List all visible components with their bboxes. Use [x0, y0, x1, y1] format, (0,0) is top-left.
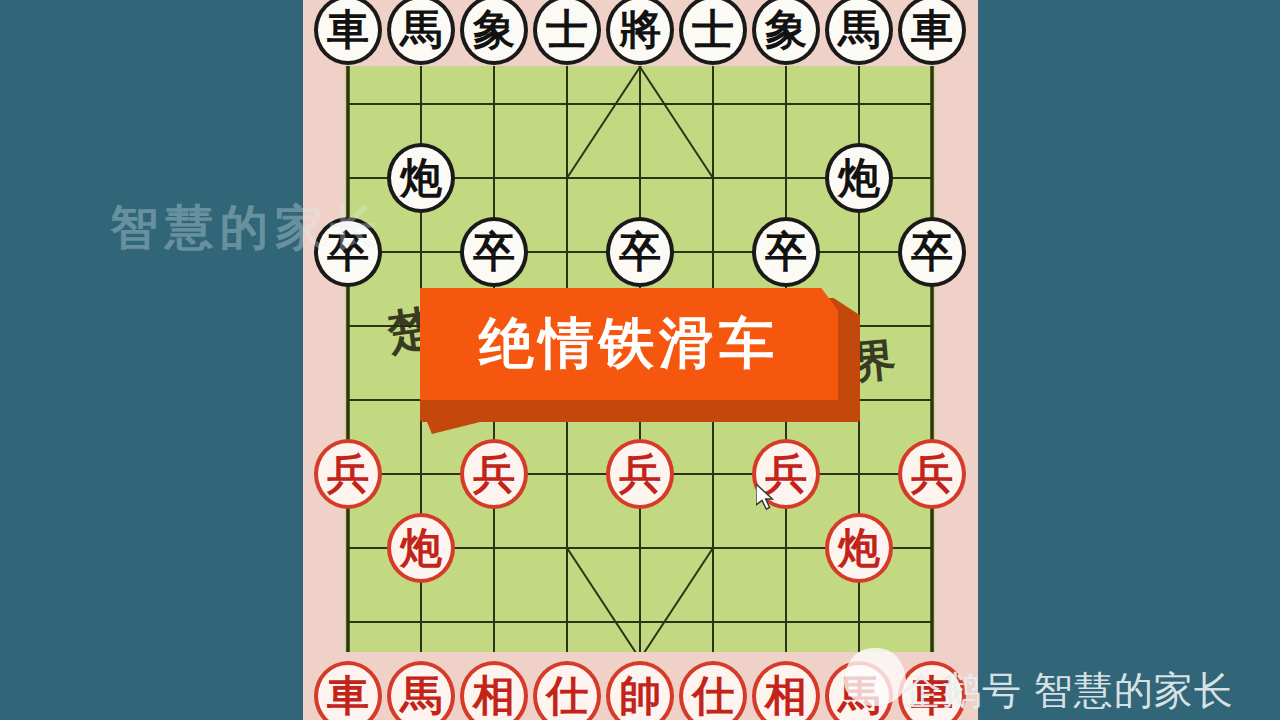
piece-black-卒-f3r4[interactable]: 卒 — [460, 217, 528, 287]
penguin-logo-icon — [844, 648, 906, 706]
piece-red-兵-f5r7[interactable]: 兵 — [606, 439, 674, 509]
piece-red-炮-f2r8[interactable]: 炮 — [387, 513, 455, 583]
piece-black-炮-f2r3[interactable]: 炮 — [387, 143, 455, 213]
piece-red-炮-f8r8[interactable]: 炮 — [825, 513, 893, 583]
piece-red-兵-f1r7[interactable]: 兵 — [314, 439, 382, 509]
piece-red-兵-f3r7[interactable]: 兵 — [460, 439, 528, 509]
title-banner: 绝情铁滑车 — [420, 288, 838, 400]
piece-black-炮-f8r3[interactable]: 炮 — [825, 143, 893, 213]
piece-black-卒-f5r4[interactable]: 卒 — [606, 217, 674, 287]
piece-black-卒-f7r4[interactable]: 卒 — [752, 217, 820, 287]
video-frame: 楚 界 車馬象士將士象馬車炮炮卒卒卒卒卒兵兵兵兵兵炮炮車馬相仕帥仕相馬車 绝情铁… — [0, 0, 1280, 720]
channel-watermark: 智慧的家长 — [110, 196, 385, 260]
banner-title-text: 绝情铁滑车 — [479, 307, 779, 381]
channel-logo-text: 企鹅号 智慧的家长 — [902, 664, 1234, 718]
piece-red-兵-f9r7[interactable]: 兵 — [898, 439, 966, 509]
mouse-cursor-icon — [756, 484, 778, 510]
piece-black-卒-f9r4[interactable]: 卒 — [898, 217, 966, 287]
